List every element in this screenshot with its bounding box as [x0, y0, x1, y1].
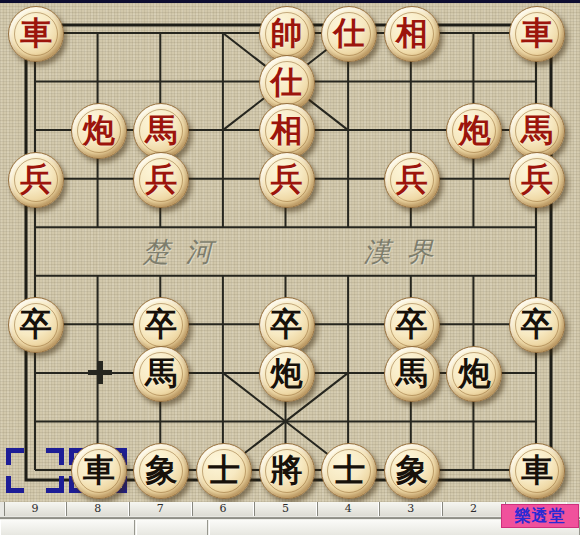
piece-glyph: 相 [271, 114, 303, 146]
piece-red-horse[interactable]: 馬 [133, 103, 189, 159]
river-label-chu-he: 楚河 [123, 233, 248, 271]
river-label-han-jie: 漢界 [344, 233, 469, 271]
file-coordinate-label: 5 [254, 502, 317, 516]
piece-black-general[interactable]: 將 [259, 443, 315, 499]
piece-red-soldier[interactable]: 兵 [133, 152, 189, 208]
piece-black-elephant[interactable]: 象 [133, 443, 189, 499]
piece-black-soldier[interactable]: 卒 [384, 297, 440, 353]
piece-glyph: 仕 [271, 66, 303, 98]
piece-glyph: 馬 [145, 357, 177, 389]
piece-glyph: 車 [521, 17, 553, 49]
watermark-badge: 樂透堂 [501, 504, 579, 528]
piece-glyph: 車 [521, 454, 553, 486]
piece-glyph: 炮 [83, 114, 115, 146]
piece-black-advisor[interactable]: 士 [321, 443, 377, 499]
piece-black-advisor[interactable]: 士 [196, 443, 252, 499]
piece-glyph: 卒 [20, 308, 52, 340]
piece-red-general[interactable]: 帥 [259, 6, 315, 62]
piece-red-soldier[interactable]: 兵 [384, 152, 440, 208]
piece-glyph: 士 [208, 454, 240, 486]
piece-glyph: 相 [396, 17, 428, 49]
piece-glyph: 車 [20, 17, 52, 49]
piece-black-elephant[interactable]: 象 [384, 443, 440, 499]
piece-black-cannon[interactable]: 炮 [259, 346, 315, 402]
piece-red-soldier[interactable]: 兵 [509, 152, 565, 208]
last-move-bracket [6, 448, 64, 493]
file-coordinate-label: 6 [192, 502, 255, 516]
piece-glyph: 馬 [145, 114, 177, 146]
file-coordinate-label: 3 [379, 502, 442, 516]
piece-red-elephant[interactable]: 相 [259, 103, 315, 159]
piece-glyph: 卒 [271, 308, 303, 340]
file-coordinate-strip: 987654321 [0, 502, 580, 518]
piece-glyph: 帥 [271, 17, 303, 49]
piece-red-soldier[interactable]: 兵 [259, 152, 315, 208]
piece-glyph: 兵 [20, 163, 52, 195]
piece-red-elephant[interactable]: 相 [384, 6, 440, 62]
piece-red-horse[interactable]: 馬 [509, 103, 565, 159]
piece-glyph: 象 [396, 454, 428, 486]
status-bar-section [136, 520, 208, 535]
piece-glyph: 象 [145, 454, 177, 486]
piece-black-soldier[interactable]: 卒 [259, 297, 315, 353]
piece-red-advisor[interactable]: 仕 [321, 6, 377, 62]
piece-black-cannon[interactable]: 炮 [446, 346, 502, 402]
piece-glyph: 將 [271, 454, 303, 486]
file-coordinate-label: 2 [442, 502, 505, 516]
piece-black-soldier[interactable]: 卒 [509, 297, 565, 353]
piece-black-chariot[interactable]: 車 [71, 443, 127, 499]
xiangqi-board[interactable]: 楚河 漢界 車帥仕相車仕炮馬相炮馬兵兵兵兵兵卒卒卒卒卒馬炮馬炮車象士將士象車 [0, 0, 580, 502]
piece-glyph: 炮 [458, 357, 490, 389]
piece-glyph: 車 [83, 454, 115, 486]
piece-glyph: 兵 [271, 163, 303, 195]
file-coordinate-label: 8 [66, 502, 129, 516]
status-bar-section [0, 520, 135, 535]
file-coordinate-label: 7 [129, 502, 192, 516]
file-coordinate-label: 4 [317, 502, 380, 516]
piece-red-cannon[interactable]: 炮 [71, 103, 127, 159]
piece-black-horse[interactable]: 馬 [384, 346, 440, 402]
piece-glyph: 兵 [521, 163, 553, 195]
window-top-edge [0, 0, 580, 3]
piece-glyph: 仕 [333, 17, 365, 49]
piece-glyph: 馬 [521, 114, 553, 146]
piece-glyph: 卒 [396, 308, 428, 340]
piece-glyph: 卒 [145, 308, 177, 340]
cannon-point-cross-marker [88, 361, 112, 384]
piece-black-horse[interactable]: 馬 [133, 346, 189, 402]
piece-glyph: 炮 [458, 114, 490, 146]
status-bar [0, 518, 580, 535]
piece-black-chariot[interactable]: 車 [509, 443, 565, 499]
piece-black-soldier[interactable]: 卒 [8, 297, 64, 353]
piece-glyph: 兵 [145, 163, 177, 195]
xiangqi-app-window: 楚河 漢界 車帥仕相車仕炮馬相炮馬兵兵兵兵兵卒卒卒卒卒馬炮馬炮車象士將士象車 9… [0, 0, 580, 535]
piece-glyph: 卒 [521, 308, 553, 340]
piece-glyph: 士 [333, 454, 365, 486]
piece-glyph: 炮 [271, 357, 303, 389]
piece-red-chariot[interactable]: 車 [509, 6, 565, 62]
piece-glyph: 馬 [396, 357, 428, 389]
file-coordinate-label: 9 [4, 502, 67, 516]
piece-red-soldier[interactable]: 兵 [8, 152, 64, 208]
piece-glyph: 兵 [396, 163, 428, 195]
piece-red-chariot[interactable]: 車 [8, 6, 64, 62]
